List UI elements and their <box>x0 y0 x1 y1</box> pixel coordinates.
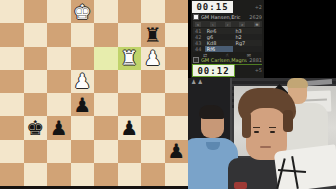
black-pawn-c3[interactable]: ♟ <box>50 118 68 138</box>
top-player-rating: 2629 <box>249 14 262 20</box>
square-d7[interactable] <box>71 23 95 46</box>
square-e5[interactable] <box>94 70 118 93</box>
square-d6[interactable] <box>71 47 95 70</box>
square-f5[interactable] <box>118 70 142 93</box>
last-move-button[interactable]: » <box>239 22 245 27</box>
background-fill <box>264 0 336 78</box>
square-c5[interactable] <box>47 70 71 93</box>
square-g4[interactable] <box>141 93 165 116</box>
square-c7[interactable] <box>47 23 71 46</box>
black-pawn-d4[interactable]: ♟ <box>73 95 91 115</box>
square-e6[interactable] <box>94 47 118 70</box>
move-list[interactable]: 41Re6h342g6h243Kd8Rg744Rf6 <box>193 28 262 52</box>
square-g7[interactable]: ♜ <box>141 23 165 46</box>
square-a8[interactable] <box>0 0 24 23</box>
white-pawn-d5[interactable]: ♟ <box>73 71 91 91</box>
square-h5[interactable] <box>165 70 189 93</box>
black-color-chip <box>193 57 199 63</box>
move-nav-toolbar: « ‹ › » ≡ <box>193 21 262 27</box>
square-c2[interactable] <box>47 140 71 163</box>
square-g8[interactable] <box>141 0 165 23</box>
next-move-button[interactable]: › <box>225 22 231 27</box>
square-h3[interactable] <box>165 116 189 139</box>
square-b1[interactable] <box>24 163 48 186</box>
webcam-view: 2 <box>188 78 336 189</box>
square-c3[interactable]: ♟ <box>47 116 71 139</box>
square-h6[interactable] <box>165 47 189 70</box>
square-d1[interactable] <box>71 163 95 186</box>
square-f2[interactable] <box>118 140 142 163</box>
square-f4[interactable] <box>118 93 142 116</box>
top-player-score: +2 <box>255 4 262 10</box>
square-h4[interactable] <box>165 93 189 116</box>
square-h2[interactable]: ♟ <box>165 140 189 163</box>
square-e1[interactable] <box>94 163 118 186</box>
streamer-eye-right <box>270 131 275 133</box>
square-a5[interactable] <box>0 70 24 93</box>
black-king-b3[interactable]: ♚ <box>26 118 44 138</box>
square-c6[interactable] <box>47 47 71 70</box>
square-f8[interactable] <box>118 0 142 23</box>
black-pawn-f3[interactable]: ♟ <box>120 118 138 138</box>
streamer-brow-right <box>269 127 276 128</box>
top-player-name: GM Hansen,Eric <box>201 14 247 20</box>
square-h1[interactable] <box>165 163 189 186</box>
square-g5[interactable] <box>141 70 165 93</box>
person-behind-hair <box>287 78 308 88</box>
square-d3[interactable] <box>71 116 95 139</box>
white-color-chip <box>193 14 199 20</box>
square-d8[interactable]: ♚ <box>71 0 95 23</box>
square-a2[interactable] <box>0 140 24 163</box>
square-g6[interactable]: ♟ <box>141 47 165 70</box>
square-e3[interactable] <box>94 116 118 139</box>
square-f7[interactable] <box>118 23 142 46</box>
square-e2[interactable] <box>94 140 118 163</box>
top-player-row: GM Hansen,Eric 2629 <box>193 14 262 20</box>
white-king-d8[interactable]: ♚ <box>73 2 91 22</box>
square-b3[interactable]: ♚ <box>24 116 48 139</box>
square-d2[interactable] <box>71 140 95 163</box>
square-h8[interactable] <box>165 0 189 23</box>
square-b6[interactable] <box>24 47 48 70</box>
square-d5[interactable]: ♟ <box>71 70 95 93</box>
square-c8[interactable] <box>47 0 71 23</box>
square-a4[interactable] <box>0 93 24 116</box>
streamer-hair-side-left <box>242 112 251 138</box>
captured-pieces: ♟♟ <box>191 78 217 86</box>
square-f3[interactable]: ♟ <box>118 116 142 139</box>
bottom-player-score: +5 <box>255 67 262 73</box>
square-b4[interactable] <box>24 93 48 116</box>
prev-move-button[interactable]: ‹ <box>210 22 216 27</box>
square-e8[interactable] <box>94 0 118 23</box>
square-a7[interactable] <box>0 23 24 46</box>
first-move-button[interactable]: « <box>195 22 201 27</box>
white-rook-f6[interactable]: ♜ <box>120 48 138 68</box>
square-b5[interactable] <box>24 70 48 93</box>
square-b7[interactable] <box>24 23 48 46</box>
person-left-hair <box>199 105 224 119</box>
game-info-panel: 00:15 +2 GM Hansen,Eric 2629 « ‹ › » ≡ 4… <box>191 0 264 78</box>
top-player-clock: 00:15 <box>192 1 233 13</box>
square-f6[interactable]: ♜ <box>118 47 142 70</box>
board-bottom-edge <box>0 186 188 189</box>
square-g2[interactable] <box>141 140 165 163</box>
black-pawn-h2[interactable]: ♟ <box>167 141 185 161</box>
square-d4[interactable]: ♟ <box>71 93 95 116</box>
red-object <box>234 182 247 189</box>
square-b2[interactable] <box>24 140 48 163</box>
square-a6[interactable] <box>0 47 24 70</box>
streamer-brow-left <box>253 127 260 128</box>
stream-frame: ♚♜♜♟♟♟♚♟♟♟ 00:15 +2 GM Hansen,Eric 2629 … <box>0 0 336 189</box>
square-b8[interactable] <box>24 0 48 23</box>
square-g1[interactable] <box>141 163 165 186</box>
streamer-eye-left <box>254 131 259 133</box>
square-h7[interactable] <box>165 23 189 46</box>
white-pawn-g6[interactable]: ♟ <box>144 48 162 68</box>
square-e4[interactable] <box>94 93 118 116</box>
square-a3[interactable] <box>0 116 24 139</box>
streamer-hair-side-right <box>283 110 293 132</box>
bottom-player-clock-active: 00:12 <box>192 64 235 77</box>
square-f1[interactable] <box>118 163 142 186</box>
square-c1[interactable] <box>47 163 71 186</box>
square-g3[interactable] <box>141 116 165 139</box>
square-e7[interactable] <box>94 23 118 46</box>
bottom-player-rating: 2881 <box>249 57 262 63</box>
square-a1[interactable] <box>0 163 24 186</box>
streamer-mouth <box>260 146 271 148</box>
bottom-player-name: GM Carlsen,Magnus <box>201 57 247 63</box>
chess-board[interactable]: ♚♜♜♟♟♟♚♟♟♟ <box>0 0 188 186</box>
black-rook-g7[interactable]: ♜ <box>144 25 162 45</box>
square-c4[interactable] <box>47 93 71 116</box>
menu-button[interactable]: ≡ <box>254 22 260 27</box>
